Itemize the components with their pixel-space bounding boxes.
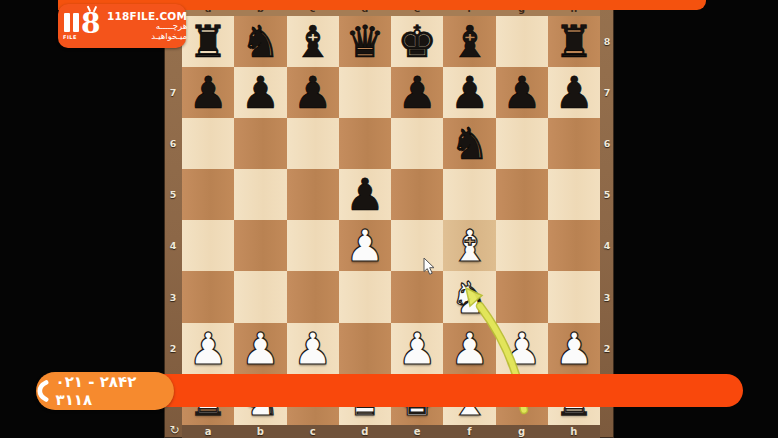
square-e2[interactable]: ♟ xyxy=(391,323,443,374)
square-g8[interactable] xyxy=(496,16,548,67)
piece-white-pawn-c2[interactable]: ♟ xyxy=(287,323,339,374)
square-b6[interactable] xyxy=(234,118,286,169)
square-c8[interactable]: ♝ xyxy=(287,16,339,67)
piece-white-bishop-f4[interactable]: ♝ xyxy=(443,220,495,271)
square-b5[interactable] xyxy=(234,169,286,220)
file-label-bottom-c: c xyxy=(287,425,339,438)
rank-label-right-8: 8 xyxy=(600,16,614,67)
square-e6[interactable] xyxy=(391,118,443,169)
rank-labels-left: 87654321 xyxy=(164,16,182,425)
piece-white-pawn-h2[interactable]: ♟ xyxy=(548,323,600,374)
square-e5[interactable] xyxy=(391,169,443,220)
piece-black-bishop-c8[interactable]: ♝ xyxy=(287,16,339,67)
piece-black-king-e8[interactable]: ♚ xyxy=(391,16,443,67)
bottom-banner-bar xyxy=(100,374,743,407)
piece-black-rook-h8[interactable]: ♜ xyxy=(548,16,600,67)
rank-label-right-5: 5 xyxy=(600,169,614,220)
piece-black-pawn-c7[interactable]: ♟ xyxy=(287,67,339,118)
square-f4[interactable]: ♝ xyxy=(443,220,495,271)
file-label-bottom-h: h xyxy=(548,425,600,438)
piece-black-pawn-b7[interactable]: ♟ xyxy=(234,67,286,118)
file-labels-bottom: abcdefgh xyxy=(182,425,600,438)
square-g2[interactable]: ♟ xyxy=(496,323,548,374)
piece-black-pawn-g7[interactable]: ♟ xyxy=(496,67,548,118)
square-f3[interactable]: ♞ xyxy=(443,271,495,322)
square-d5[interactable]: ♟ xyxy=(339,169,391,220)
square-b4[interactable] xyxy=(234,220,286,271)
board-squares: ♜♞♝♛♚♝♜♟♟♟♟♟♟♟♞♟♟♝♞♟♟♟♟♟♟♟♜♞♛♚♝♜ xyxy=(182,16,600,425)
square-a7[interactable]: ♟ xyxy=(182,67,234,118)
file-label-bottom-a: a xyxy=(182,425,234,438)
piece-white-pawn-e2[interactable]: ♟ xyxy=(391,323,443,374)
square-c5[interactable] xyxy=(287,169,339,220)
phone-badge: ۰۲۱ - ۲۸۴۲ ۳۱۱۸ xyxy=(36,372,174,410)
square-g4[interactable] xyxy=(496,220,548,271)
rank-label-right-6: 6 xyxy=(600,118,614,169)
square-g3[interactable] xyxy=(496,271,548,322)
piece-white-pawn-d4[interactable]: ♟ xyxy=(339,220,391,271)
rank-label-right-3: 3 xyxy=(600,271,614,322)
square-f8[interactable]: ♝ xyxy=(443,16,495,67)
square-g7[interactable]: ♟ xyxy=(496,67,548,118)
square-c4[interactable] xyxy=(287,220,339,271)
square-b3[interactable] xyxy=(234,271,286,322)
flip-board-icon[interactable]: ↻ xyxy=(167,423,182,438)
square-f6[interactable]: ♞ xyxy=(443,118,495,169)
square-g5[interactable] xyxy=(496,169,548,220)
square-c3[interactable] xyxy=(287,271,339,322)
piece-black-pawn-f7[interactable]: ♟ xyxy=(443,67,495,118)
square-d4[interactable]: ♟ xyxy=(339,220,391,271)
square-a3[interactable] xyxy=(182,271,234,322)
rank-label-left-5: 5 xyxy=(164,169,182,220)
piece-white-pawn-g2[interactable]: ♟ xyxy=(496,323,548,374)
square-c7[interactable]: ♟ xyxy=(287,67,339,118)
square-f7[interactable]: ♟ xyxy=(443,67,495,118)
phone-number: ۰۲۱ - ۲۸۴۲ ۳۱۱۸ xyxy=(56,373,174,409)
rank-label-right-7: 7 xyxy=(600,67,614,118)
square-a4[interactable] xyxy=(182,220,234,271)
square-h6[interactable] xyxy=(548,118,600,169)
118file-logo-icon: FILE 8 xyxy=(64,9,102,43)
square-c6[interactable] xyxy=(287,118,339,169)
piece-black-pawn-e7[interactable]: ♟ xyxy=(391,67,443,118)
square-f2[interactable]: ♟ xyxy=(443,323,495,374)
square-a5[interactable] xyxy=(182,169,234,220)
square-b2[interactable]: ♟ xyxy=(234,323,286,374)
rank-label-left-7: 7 xyxy=(164,67,182,118)
square-h7[interactable]: ♟ xyxy=(548,67,600,118)
square-h4[interactable] xyxy=(548,220,600,271)
square-b7[interactable]: ♟ xyxy=(234,67,286,118)
square-b8[interactable]: ♞ xyxy=(234,16,286,67)
square-h2[interactable]: ♟ xyxy=(548,323,600,374)
square-d6[interactable] xyxy=(339,118,391,169)
piece-white-knight-f3[interactable]: ♞ xyxy=(443,271,495,322)
file-label-bottom-e: e xyxy=(391,425,443,438)
tagline-line-2: میـخواهیـد xyxy=(107,32,187,42)
square-a8[interactable]: ♜ xyxy=(182,16,234,67)
piece-black-knight-f6[interactable]: ♞ xyxy=(443,118,495,169)
rank-label-right-2: 2 xyxy=(600,323,614,374)
rank-label-left-6: 6 xyxy=(164,118,182,169)
rank-labels-right: 87654321 xyxy=(600,16,614,425)
square-e8[interactable]: ♚ xyxy=(391,16,443,67)
square-h5[interactable] xyxy=(548,169,600,220)
piece-black-queen-d8[interactable]: ♛ xyxy=(339,16,391,67)
file-label-bottom-f: f xyxy=(443,425,495,438)
rank-label-left-4: 4 xyxy=(164,220,182,271)
video-frame: abcdefgh 87654321 87654321 ♜♞♝♛♚♝♜♟♟♟♟♟♟… xyxy=(0,0,778,438)
square-f5[interactable] xyxy=(443,169,495,220)
piece-black-knight-b8[interactable]: ♞ xyxy=(234,16,286,67)
file-label-bottom-b: b xyxy=(234,425,286,438)
square-g6[interactable] xyxy=(496,118,548,169)
rank-label-left-2: 2 xyxy=(164,323,182,374)
square-d8[interactable]: ♛ xyxy=(339,16,391,67)
square-a2[interactable]: ♟ xyxy=(182,323,234,374)
site-logo-badge: FILE 8 118FILE.COM هرچـــــه میـخواهیـد xyxy=(58,4,186,48)
square-d3[interactable] xyxy=(339,271,391,322)
piece-black-pawn-d5[interactable]: ♟ xyxy=(339,169,391,220)
file-label-bottom-d: d xyxy=(339,425,391,438)
rank-label-left-3: 3 xyxy=(164,271,182,322)
square-d2[interactable] xyxy=(339,323,391,374)
square-d7[interactable] xyxy=(339,67,391,118)
phone-handset-icon xyxy=(36,380,50,402)
square-a6[interactable] xyxy=(182,118,234,169)
piece-white-pawn-f2[interactable]: ♟ xyxy=(443,323,495,374)
chess-board: abcdefgh 87654321 87654321 ♜♞♝♛♚♝♜♟♟♟♟♟♟… xyxy=(164,0,614,438)
square-c2[interactable]: ♟ xyxy=(287,323,339,374)
square-e4[interactable] xyxy=(391,220,443,271)
file-label-bottom-g: g xyxy=(496,425,548,438)
square-e7[interactable]: ♟ xyxy=(391,67,443,118)
piece-white-pawn-b2[interactable]: ♟ xyxy=(234,323,286,374)
square-e3[interactable] xyxy=(391,271,443,322)
piece-black-pawn-a7[interactable]: ♟ xyxy=(182,67,234,118)
piece-black-bishop-f8[interactable]: ♝ xyxy=(443,16,495,67)
square-h8[interactable]: ♜ xyxy=(548,16,600,67)
piece-black-pawn-h7[interactable]: ♟ xyxy=(548,67,600,118)
rank-label-right-4: 4 xyxy=(600,220,614,271)
piece-black-rook-a8[interactable]: ♜ xyxy=(182,16,234,67)
piece-white-pawn-a2[interactable]: ♟ xyxy=(182,323,234,374)
square-h3[interactable] xyxy=(548,271,600,322)
